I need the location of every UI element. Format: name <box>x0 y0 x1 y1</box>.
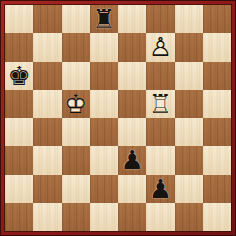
square-a4[interactable] <box>5 118 33 146</box>
square-f4[interactable] <box>146 118 174 146</box>
square-c2[interactable] <box>62 175 90 203</box>
square-b8[interactable] <box>33 5 61 33</box>
piece-black-pawn[interactable]: ♟ <box>118 146 146 174</box>
square-f3[interactable] <box>146 146 174 174</box>
square-f2[interactable]: ♟ <box>146 175 174 203</box>
square-h4[interactable] <box>203 118 231 146</box>
white-pawn-outline-glyph: ♙ <box>146 33 174 61</box>
square-h6[interactable] <box>203 62 231 90</box>
square-c5[interactable]: ♚♔ <box>62 90 90 118</box>
square-d2[interactable] <box>90 175 118 203</box>
piece-black-pawn[interactable]: ♟ <box>146 175 174 203</box>
square-c8[interactable] <box>62 5 90 33</box>
square-h7[interactable] <box>203 33 231 61</box>
square-b5[interactable] <box>33 90 61 118</box>
white-rook-outline-glyph: ♖ <box>146 90 174 118</box>
square-e3[interactable]: ♟ <box>118 146 146 174</box>
square-c4[interactable] <box>62 118 90 146</box>
black-rook-glyph: ♜ <box>90 5 118 33</box>
black-king-glyph: ♚ <box>5 62 33 90</box>
piece-black-king[interactable]: ♚ <box>5 62 33 90</box>
square-e7[interactable] <box>118 33 146 61</box>
square-e6[interactable] <box>118 62 146 90</box>
square-e2[interactable] <box>118 175 146 203</box>
square-g2[interactable] <box>175 175 203 203</box>
square-h3[interactable] <box>203 146 231 174</box>
square-b1[interactable] <box>33 203 61 231</box>
square-b4[interactable] <box>33 118 61 146</box>
square-d7[interactable] <box>90 33 118 61</box>
square-d6[interactable] <box>90 62 118 90</box>
square-c7[interactable] <box>62 33 90 61</box>
square-a2[interactable] <box>5 175 33 203</box>
chess-board-frame: ♜♟♙♚♚♔♜♖♟♟ <box>0 0 236 236</box>
square-e5[interactable] <box>118 90 146 118</box>
square-a3[interactable] <box>5 146 33 174</box>
square-c1[interactable] <box>62 203 90 231</box>
square-c6[interactable] <box>62 62 90 90</box>
piece-white-rook[interactable]: ♜♖ <box>146 90 174 118</box>
piece-white-pawn[interactable]: ♟♙ <box>146 33 174 61</box>
square-g1[interactable] <box>175 203 203 231</box>
square-c3[interactable] <box>62 146 90 174</box>
square-g4[interactable] <box>175 118 203 146</box>
square-f8[interactable] <box>146 5 174 33</box>
square-g3[interactable] <box>175 146 203 174</box>
black-pawn-glyph: ♟ <box>118 146 146 174</box>
square-d8[interactable]: ♜ <box>90 5 118 33</box>
piece-black-rook[interactable]: ♜ <box>90 5 118 33</box>
square-f6[interactable] <box>146 62 174 90</box>
square-b6[interactable] <box>33 62 61 90</box>
square-g6[interactable] <box>175 62 203 90</box>
square-h5[interactable] <box>203 90 231 118</box>
square-a8[interactable] <box>5 5 33 33</box>
square-g8[interactable] <box>175 5 203 33</box>
square-e1[interactable] <box>118 203 146 231</box>
square-b7[interactable] <box>33 33 61 61</box>
square-h8[interactable] <box>203 5 231 33</box>
square-d1[interactable] <box>90 203 118 231</box>
piece-white-king[interactable]: ♚♔ <box>62 90 90 118</box>
square-a6[interactable]: ♚ <box>5 62 33 90</box>
square-h1[interactable] <box>203 203 231 231</box>
square-e8[interactable] <box>118 5 146 33</box>
square-d4[interactable] <box>90 118 118 146</box>
white-king-outline-glyph: ♔ <box>62 90 90 118</box>
square-f5[interactable]: ♜♖ <box>146 90 174 118</box>
square-d5[interactable] <box>90 90 118 118</box>
square-d3[interactable] <box>90 146 118 174</box>
square-e4[interactable] <box>118 118 146 146</box>
square-g5[interactable] <box>175 90 203 118</box>
chess-board: ♜♟♙♚♚♔♜♖♟♟ <box>5 5 231 231</box>
square-g7[interactable] <box>175 33 203 61</box>
square-b2[interactable] <box>33 175 61 203</box>
square-h2[interactable] <box>203 175 231 203</box>
square-b3[interactable] <box>33 146 61 174</box>
black-pawn-glyph: ♟ <box>146 175 174 203</box>
square-f1[interactable] <box>146 203 174 231</box>
square-a1[interactable] <box>5 203 33 231</box>
square-f7[interactable]: ♟♙ <box>146 33 174 61</box>
square-a7[interactable] <box>5 33 33 61</box>
square-a5[interactable] <box>5 90 33 118</box>
